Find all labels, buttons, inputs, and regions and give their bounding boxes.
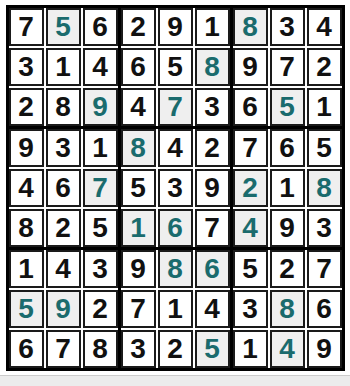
cell-r2c5[interactable]: 5 [158,48,193,86]
cell-r3c6[interactable]: 3 [195,88,230,126]
cell-r2c4[interactable]: 6 [121,48,156,86]
cell-r1c3[interactable]: 6 [83,8,118,46]
cell-r6c8[interactable]: 9 [270,209,305,247]
cell-r6c7[interactable]: 4 [233,209,268,247]
box-6: 765218493 [233,129,342,247]
cell-r4c6[interactable]: 2 [195,129,230,167]
cell-r8c6[interactable]: 4 [195,290,230,328]
cell-r1c7[interactable]: 8 [233,8,268,46]
cell-r6c1[interactable]: 8 [9,209,44,247]
cell-r2c6[interactable]: 8 [195,48,230,86]
bottom-strip [0,375,350,386]
cell-r1c2[interactable]: 5 [46,8,81,46]
cell-r5c5[interactable]: 3 [158,169,193,207]
box-2: 291658473 [121,8,230,126]
cell-r7c6[interactable]: 6 [195,250,230,288]
cell-r4c5[interactable]: 4 [158,129,193,167]
cell-r9c4[interactable]: 3 [121,330,156,368]
cell-r4c9[interactable]: 5 [307,129,342,167]
box-4: 931467825 [9,129,118,247]
cell-r4c2[interactable]: 3 [46,129,81,167]
cell-r7c1[interactable]: 1 [9,250,44,288]
cell-r8c4[interactable]: 7 [121,290,156,328]
cell-r1c5[interactable]: 9 [158,8,193,46]
cell-r3c9[interactable]: 1 [307,88,342,126]
box-9: 527386149 [233,250,342,368]
cell-r4c7[interactable]: 7 [233,129,268,167]
cell-r8c2[interactable]: 9 [46,290,81,328]
cell-r4c1[interactable]: 9 [9,129,44,167]
cell-r3c8[interactable]: 5 [270,88,305,126]
cell-r9c7[interactable]: 1 [233,330,268,368]
box-5: 842539167 [121,129,230,247]
cell-r6c2[interactable]: 2 [46,209,81,247]
cell-r3c7[interactable]: 6 [233,88,268,126]
box-8: 986714325 [121,250,230,368]
cell-r9c3[interactable]: 8 [83,330,118,368]
cell-r5c7[interactable]: 2 [233,169,268,207]
cell-r2c2[interactable]: 1 [46,48,81,86]
cell-r2c1[interactable]: 3 [9,48,44,86]
cell-r3c4[interactable]: 4 [121,88,156,126]
cell-r6c3[interactable]: 5 [83,209,118,247]
cell-r7c2[interactable]: 4 [46,250,81,288]
cell-r4c4[interactable]: 8 [121,129,156,167]
cell-r8c8[interactable]: 8 [270,290,305,328]
cell-r6c4[interactable]: 1 [121,209,156,247]
cell-r1c4[interactable]: 2 [121,8,156,46]
box-7: 143592678 [9,250,118,368]
cell-r7c4[interactable]: 9 [121,250,156,288]
cell-r9c9[interactable]: 9 [307,330,342,368]
cell-r8c3[interactable]: 2 [83,290,118,328]
cell-r5c4[interactable]: 5 [121,169,156,207]
cell-r8c9[interactable]: 6 [307,290,342,328]
cell-r9c8[interactable]: 4 [270,330,305,368]
cell-r7c8[interactable]: 2 [270,250,305,288]
cell-r6c6[interactable]: 7 [195,209,230,247]
cell-r7c7[interactable]: 5 [233,250,268,288]
cell-r4c3[interactable]: 1 [83,129,118,167]
cell-r7c5[interactable]: 8 [158,250,193,288]
cell-r1c1[interactable]: 7 [9,8,44,46]
cell-r3c1[interactable]: 2 [9,88,44,126]
cell-r1c8[interactable]: 3 [270,8,305,46]
cell-r9c2[interactable]: 7 [46,330,81,368]
cell-r8c5[interactable]: 1 [158,290,193,328]
cell-r1c6[interactable]: 1 [195,8,230,46]
cell-r1c9[interactable]: 4 [307,8,342,46]
cell-r5c8[interactable]: 1 [270,169,305,207]
cell-r5c9[interactable]: 8 [307,169,342,207]
cell-r3c5[interactable]: 7 [158,88,193,126]
cell-r9c5[interactable]: 2 [158,330,193,368]
cell-r3c3[interactable]: 9 [83,88,118,126]
cell-r4c8[interactable]: 6 [270,129,305,167]
cell-r2c9[interactable]: 2 [307,48,342,86]
sudoku-board: 7563142892916584738349726519314678258425… [6,5,345,371]
cell-r5c3[interactable]: 7 [83,169,118,207]
cell-r9c6[interactable]: 5 [195,330,230,368]
cell-r7c9[interactable]: 7 [307,250,342,288]
cell-r5c6[interactable]: 9 [195,169,230,207]
box-1: 756314289 [9,8,118,126]
cell-r5c1[interactable]: 4 [9,169,44,207]
cell-r7c3[interactable]: 3 [83,250,118,288]
cell-r8c7[interactable]: 3 [233,290,268,328]
cell-r3c2[interactable]: 8 [46,88,81,126]
cell-r2c7[interactable]: 9 [233,48,268,86]
cell-r2c8[interactable]: 7 [270,48,305,86]
cell-r5c2[interactable]: 6 [46,169,81,207]
cell-r6c5[interactable]: 6 [158,209,193,247]
cell-r9c1[interactable]: 6 [9,330,44,368]
box-3: 834972651 [233,8,342,126]
cell-r6c9[interactable]: 3 [307,209,342,247]
cell-r8c1[interactable]: 5 [9,290,44,328]
cell-r2c3[interactable]: 4 [83,48,118,86]
